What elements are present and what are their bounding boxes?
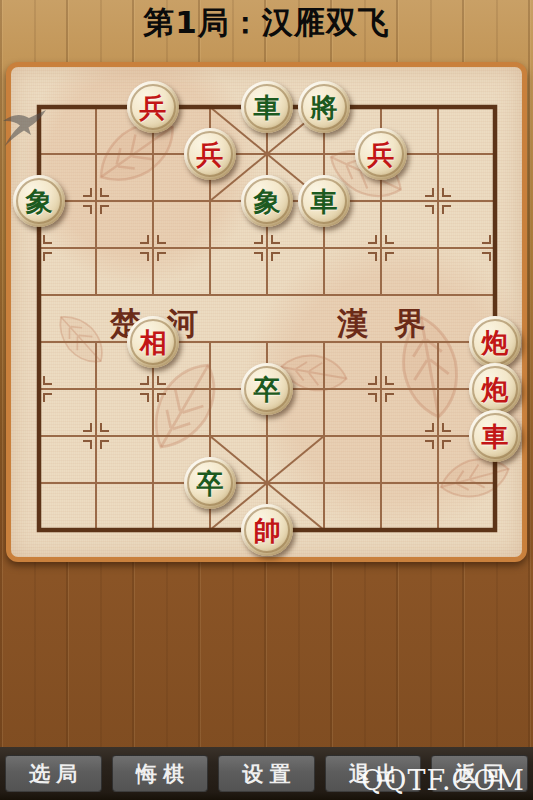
piece-red-cannon[interactable]: 炮 <box>469 316 521 368</box>
piece-char: 兵 <box>140 94 167 121</box>
piece-red-pawn[interactable]: 兵 <box>127 81 179 133</box>
piece-red-elephant[interactable]: 相 <box>127 316 179 368</box>
settings-button[interactable]: 设置 <box>218 755 315 792</box>
piece-char: 相 <box>140 329 167 356</box>
undo-move-button[interactable]: 悔棋 <box>112 755 209 792</box>
piece-black-pawn[interactable]: 卒 <box>241 363 293 415</box>
piece-black-pawn[interactable]: 卒 <box>184 457 236 509</box>
piece-red-pawn[interactable]: 兵 <box>184 128 236 180</box>
piece-char: 炮 <box>482 376 509 403</box>
piece-red-chariot[interactable]: 車 <box>469 410 521 462</box>
piece-char: 炮 <box>482 329 509 356</box>
piece-char: 卒 <box>197 470 224 497</box>
piece-black-general[interactable]: 將 <box>298 81 350 133</box>
page-title: 第1局：汉雁双飞 <box>0 2 533 42</box>
piece-black-elephant[interactable]: 象 <box>241 175 293 227</box>
piece-char: 象 <box>254 188 281 215</box>
piece-red-pawn[interactable]: 兵 <box>355 128 407 180</box>
piece-black-elephant[interactable]: 象 <box>13 175 65 227</box>
piece-char: 兵 <box>368 141 395 168</box>
piece-char: 象 <box>26 188 53 215</box>
piece-black-chariot[interactable]: 車 <box>241 81 293 133</box>
xiangqi-board[interactable]: 楚河 漢界 兵車將兵兵象象車相炮卒炮車卒帥 <box>6 62 527 562</box>
piece-char: 帥 <box>254 517 281 544</box>
river-label-han-jie: 漢界 <box>337 303 451 345</box>
piece-red-general[interactable]: 帥 <box>241 504 293 556</box>
piece-char: 兵 <box>197 141 224 168</box>
piece-char: 車 <box>254 94 281 121</box>
piece-black-chariot[interactable]: 車 <box>298 175 350 227</box>
select-game-button[interactable]: 选局 <box>5 755 102 792</box>
piece-char: 將 <box>311 94 338 121</box>
piece-char: 車 <box>311 188 338 215</box>
piece-char: 卒 <box>254 376 281 403</box>
piece-char: 車 <box>482 423 509 450</box>
flying-goose-icon <box>0 105 48 149</box>
watermark: QQTF.COM <box>361 765 525 796</box>
piece-red-cannon[interactable]: 炮 <box>469 363 521 415</box>
